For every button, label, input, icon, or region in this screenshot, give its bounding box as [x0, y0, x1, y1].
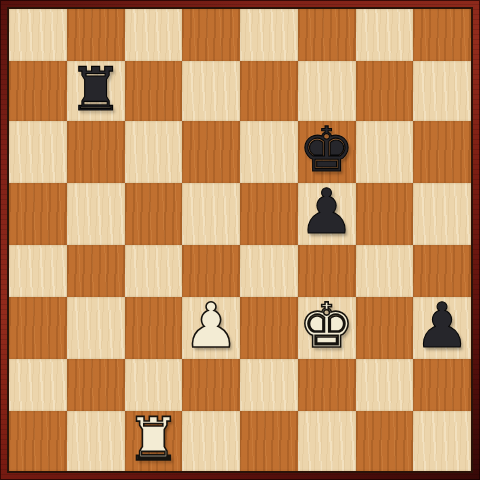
- square-h5[interactable]: [413, 183, 471, 245]
- square-h3[interactable]: ♟: [413, 297, 471, 359]
- square-f8[interactable]: [298, 9, 356, 61]
- square-c4[interactable]: [125, 245, 183, 297]
- square-g3[interactable]: [356, 297, 414, 359]
- piece-black-pawn-h3[interactable]: ♟: [414, 295, 470, 357]
- square-d7[interactable]: [182, 61, 240, 121]
- square-b6[interactable]: [67, 121, 125, 183]
- square-g8[interactable]: [356, 9, 414, 61]
- piece-black-pawn-f5[interactable]: ♟: [299, 181, 355, 243]
- square-d3[interactable]: ♟: [182, 297, 240, 359]
- square-a1[interactable]: [9, 411, 67, 471]
- square-a6[interactable]: [9, 121, 67, 183]
- chess-board: ♜♚♟♟♚♟♜: [7, 7, 473, 473]
- square-g6[interactable]: [356, 121, 414, 183]
- square-e6[interactable]: [240, 121, 298, 183]
- square-c1[interactable]: ♜: [125, 411, 183, 471]
- square-a2[interactable]: [9, 359, 67, 411]
- square-d1[interactable]: [182, 411, 240, 471]
- square-b4[interactable]: [67, 245, 125, 297]
- square-g5[interactable]: [356, 183, 414, 245]
- square-e2[interactable]: [240, 359, 298, 411]
- square-f5[interactable]: ♟: [298, 183, 356, 245]
- piece-white-pawn-d3[interactable]: ♟: [183, 295, 239, 357]
- square-g2[interactable]: [356, 359, 414, 411]
- square-a3[interactable]: [9, 297, 67, 359]
- square-c7[interactable]: [125, 61, 183, 121]
- square-a5[interactable]: [9, 183, 67, 245]
- square-d6[interactable]: [182, 121, 240, 183]
- square-f7[interactable]: [298, 61, 356, 121]
- square-e3[interactable]: [240, 297, 298, 359]
- square-b3[interactable]: [67, 297, 125, 359]
- square-h1[interactable]: [413, 411, 471, 471]
- square-b7[interactable]: ♜: [67, 61, 125, 121]
- square-c8[interactable]: [125, 9, 183, 61]
- square-g1[interactable]: [356, 411, 414, 471]
- square-d2[interactable]: [182, 359, 240, 411]
- square-c6[interactable]: [125, 121, 183, 183]
- square-e4[interactable]: [240, 245, 298, 297]
- square-f1[interactable]: [298, 411, 356, 471]
- piece-white-rook-c1[interactable]: ♜: [126, 409, 180, 469]
- square-e7[interactable]: [240, 61, 298, 121]
- square-e5[interactable]: [240, 183, 298, 245]
- square-f2[interactable]: [298, 359, 356, 411]
- board-frame: ♜♚♟♟♚♟♜: [0, 0, 480, 480]
- square-a4[interactable]: [9, 245, 67, 297]
- square-b5[interactable]: [67, 183, 125, 245]
- square-g4[interactable]: [356, 245, 414, 297]
- piece-black-rook-b7[interactable]: ♜: [69, 59, 123, 119]
- square-b2[interactable]: [67, 359, 125, 411]
- piece-white-king-f3[interactable]: ♚: [299, 295, 355, 357]
- square-b1[interactable]: [67, 411, 125, 471]
- square-f3[interactable]: ♚: [298, 297, 356, 359]
- square-a8[interactable]: [9, 9, 67, 61]
- piece-black-king-f6[interactable]: ♚: [299, 119, 355, 181]
- square-e8[interactable]: [240, 9, 298, 61]
- square-d5[interactable]: [182, 183, 240, 245]
- square-h7[interactable]: [413, 61, 471, 121]
- square-a7[interactable]: [9, 61, 67, 121]
- square-h6[interactable]: [413, 121, 471, 183]
- square-e1[interactable]: [240, 411, 298, 471]
- square-h2[interactable]: [413, 359, 471, 411]
- square-g7[interactable]: [356, 61, 414, 121]
- square-f6[interactable]: ♚: [298, 121, 356, 183]
- square-c3[interactable]: [125, 297, 183, 359]
- square-h8[interactable]: [413, 9, 471, 61]
- square-d8[interactable]: [182, 9, 240, 61]
- square-c5[interactable]: [125, 183, 183, 245]
